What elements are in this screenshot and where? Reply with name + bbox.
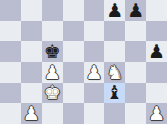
square-a7[interactable] (0, 0, 21, 21)
white-king-c3[interactable]: ♚ (44, 83, 61, 102)
square-g2[interactable] (125, 103, 146, 124)
square-e3[interactable] (84, 83, 105, 104)
black-king-c5[interactable]: ♚ (44, 42, 61, 61)
white-pawn-c4[interactable]: ♟ (44, 62, 61, 81)
square-h7[interactable] (146, 0, 167, 21)
chess-board-screenshot: ♟♟♚♟♟♟♞♚♝♟♟ (0, 0, 167, 124)
white-pawn-b2[interactable]: ♟ (23, 104, 40, 123)
square-g7[interactable]: ♟ (125, 0, 146, 21)
square-h5[interactable]: ♟ (146, 41, 167, 62)
square-h4[interactable] (146, 62, 167, 83)
black-pawn-f7[interactable]: ♟ (106, 0, 123, 19)
square-d3[interactable] (63, 83, 84, 104)
square-c2[interactable] (42, 103, 63, 124)
square-b6[interactable] (21, 21, 42, 42)
square-d6[interactable] (63, 21, 84, 42)
white-pawn-e4[interactable]: ♟ (85, 62, 102, 81)
square-c6[interactable] (42, 21, 63, 42)
square-e6[interactable] (84, 21, 105, 42)
square-f4[interactable]: ♞ (104, 62, 125, 83)
black-bishop-f3[interactable]: ♝ (106, 83, 123, 102)
square-h6[interactable] (146, 21, 167, 42)
chess-board: ♟♟♚♟♟♟♞♚♝♟♟ (0, 0, 167, 124)
white-knight-f4[interactable]: ♞ (106, 62, 123, 81)
square-a6[interactable] (0, 21, 21, 42)
square-e5[interactable] (84, 41, 105, 62)
white-pawn-h2[interactable]: ♟ (148, 104, 165, 123)
square-e2[interactable] (84, 103, 105, 124)
square-b4[interactable] (21, 62, 42, 83)
square-d7[interactable] (63, 0, 84, 21)
square-a2[interactable] (0, 103, 21, 124)
square-d2[interactable] (63, 103, 84, 124)
square-d5[interactable] (63, 41, 84, 62)
square-d4[interactable] (63, 62, 84, 83)
square-g4[interactable] (125, 62, 146, 83)
square-f2[interactable] (104, 103, 125, 124)
square-c5[interactable]: ♚ (42, 41, 63, 62)
square-f3[interactable]: ♝ (104, 83, 125, 104)
square-f5[interactable] (104, 41, 125, 62)
square-b3[interactable] (21, 83, 42, 104)
square-h2[interactable]: ♟ (146, 103, 167, 124)
square-g6[interactable] (125, 21, 146, 42)
square-f6[interactable] (104, 21, 125, 42)
square-c4[interactable]: ♟ (42, 62, 63, 83)
square-e4[interactable]: ♟ (84, 62, 105, 83)
square-a5[interactable] (0, 41, 21, 62)
square-g3[interactable] (125, 83, 146, 104)
square-g5[interactable] (125, 41, 146, 62)
square-f7[interactable]: ♟ (104, 0, 125, 21)
square-b2[interactable]: ♟ (21, 103, 42, 124)
square-b5[interactable] (21, 41, 42, 62)
square-e7[interactable] (84, 0, 105, 21)
square-a4[interactable] (0, 62, 21, 83)
black-pawn-h5[interactable]: ♟ (148, 42, 165, 61)
square-b7[interactable] (21, 0, 42, 21)
square-h3[interactable] (146, 83, 167, 104)
square-a3[interactable] (0, 83, 21, 104)
black-pawn-g7[interactable]: ♟ (127, 0, 144, 19)
square-c7[interactable] (42, 0, 63, 21)
square-c3[interactable]: ♚ (42, 83, 63, 104)
